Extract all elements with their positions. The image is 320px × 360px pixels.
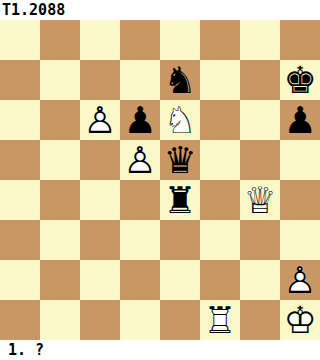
footer: 1. ? [0,340,320,360]
black-rook-icon: ♜ [160,180,200,220]
square-b6[interactable] [40,100,80,140]
square-b8[interactable] [40,20,80,60]
square-c7[interactable] [80,60,120,100]
black-king-icon: ♚ [280,60,320,100]
square-h6[interactable]: ♟ [280,100,320,140]
square-b4[interactable] [40,180,80,220]
puzzle-id: T1.2088 [2,1,65,19]
square-g8[interactable] [240,20,280,60]
white-queen-icon: ♛♕ [240,180,280,220]
square-g2[interactable] [240,260,280,300]
square-a5[interactable] [0,140,40,180]
square-c2[interactable] [80,260,120,300]
square-f4[interactable] [200,180,240,220]
square-b2[interactable] [40,260,80,300]
black-knight-icon: ♞ [160,60,200,100]
square-f5[interactable] [200,140,240,180]
square-h8[interactable] [280,20,320,60]
square-g6[interactable] [240,100,280,140]
square-b1[interactable] [40,300,80,340]
square-e3[interactable] [160,220,200,260]
square-g4[interactable]: ♛♕ [240,180,280,220]
square-b7[interactable] [40,60,80,100]
black-queen-icon: ♛ [160,140,200,180]
square-h3[interactable] [280,220,320,260]
square-e4[interactable]: ♜ [160,180,200,220]
square-c4[interactable] [80,180,120,220]
square-f1[interactable]: ♜♖ [200,300,240,340]
white-king-icon: ♚♔ [280,300,320,340]
white-pawn-icon: ♟♙ [80,100,120,140]
square-f3[interactable] [200,220,240,260]
square-h5[interactable] [280,140,320,180]
square-d1[interactable] [120,300,160,340]
square-a2[interactable] [0,260,40,300]
square-g3[interactable] [240,220,280,260]
square-d5[interactable]: ♟♙ [120,140,160,180]
chess-board: ♞♚♟♙♟♞♘♟♟♙♛♜♛♕♟♙♜♖♚♔ [0,20,320,340]
square-b3[interactable] [40,220,80,260]
square-e8[interactable] [160,20,200,60]
square-e7[interactable]: ♞ [160,60,200,100]
square-f6[interactable] [200,100,240,140]
square-d4[interactable] [120,180,160,220]
square-e6[interactable]: ♞♘ [160,100,200,140]
square-c5[interactable] [80,140,120,180]
square-f8[interactable] [200,20,240,60]
square-f7[interactable] [200,60,240,100]
square-f2[interactable] [200,260,240,300]
square-h1[interactable]: ♚♔ [280,300,320,340]
square-e5[interactable]: ♛ [160,140,200,180]
black-pawn-icon: ♟ [120,100,160,140]
square-g5[interactable] [240,140,280,180]
move-prompt: 1. ? [8,341,44,359]
white-pawn-icon: ♟♙ [280,260,320,300]
square-b5[interactable] [40,140,80,180]
square-c8[interactable] [80,20,120,60]
square-d7[interactable] [120,60,160,100]
square-d2[interactable] [120,260,160,300]
square-h7[interactable]: ♚ [280,60,320,100]
square-a4[interactable] [0,180,40,220]
square-a6[interactable] [0,100,40,140]
white-pawn-icon: ♟♙ [120,140,160,180]
square-h2[interactable]: ♟♙ [280,260,320,300]
square-c1[interactable] [80,300,120,340]
square-e2[interactable] [160,260,200,300]
square-a3[interactable] [0,220,40,260]
square-g7[interactable] [240,60,280,100]
square-d3[interactable] [120,220,160,260]
square-c6[interactable]: ♟♙ [80,100,120,140]
square-a1[interactable] [0,300,40,340]
white-rook-icon: ♜♖ [200,300,240,340]
square-c3[interactable] [80,220,120,260]
square-h4[interactable] [280,180,320,220]
black-pawn-icon: ♟ [280,100,320,140]
square-a7[interactable] [0,60,40,100]
title-bar: T1.2088 [0,0,320,20]
white-knight-icon: ♞♘ [160,100,200,140]
square-d6[interactable]: ♟ [120,100,160,140]
square-d8[interactable] [120,20,160,60]
square-a8[interactable] [0,20,40,60]
square-g1[interactable] [240,300,280,340]
square-e1[interactable] [160,300,200,340]
